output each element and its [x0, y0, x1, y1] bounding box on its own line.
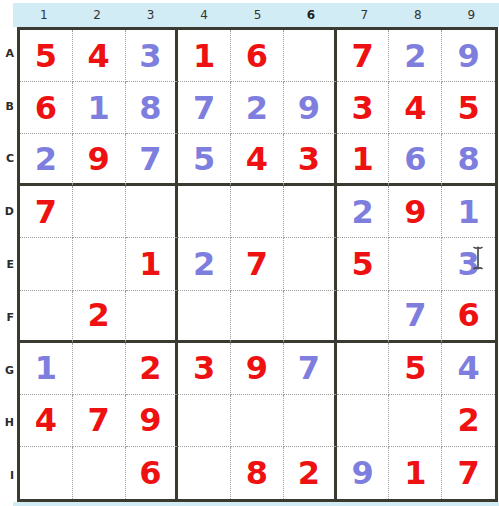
- cell-G1[interactable]: 1: [20, 343, 73, 395]
- cell-C5[interactable]: 4: [231, 134, 284, 186]
- cell-B8[interactable]: 4: [389, 82, 442, 134]
- column-header-8: 8: [391, 3, 444, 27]
- column-header-7: 7: [338, 3, 391, 27]
- column-header-1: 1: [17, 3, 70, 27]
- bottom-accent-strip: [13, 502, 499, 506]
- cell-F2[interactable]: 2: [73, 291, 126, 343]
- row-header-G: G: [0, 344, 17, 397]
- cell-G5[interactable]: 9: [231, 343, 284, 395]
- cell-E3[interactable]: 1: [126, 238, 179, 290]
- cell-I1[interactable]: [20, 447, 73, 499]
- cell-H8[interactable]: [389, 395, 442, 447]
- cell-C9[interactable]: 8: [442, 134, 495, 186]
- cell-A3[interactable]: 3: [126, 30, 179, 82]
- cell-F1[interactable]: [20, 291, 73, 343]
- cell-G4[interactable]: 3: [178, 343, 231, 395]
- cell-A2[interactable]: 4: [73, 30, 126, 82]
- column-header-6: 6: [284, 3, 337, 27]
- cell-A6[interactable]: [284, 30, 337, 82]
- cell-H3[interactable]: 9: [126, 395, 179, 447]
- cell-I6[interactable]: 2: [284, 447, 337, 499]
- cell-I5[interactable]: 8: [231, 447, 284, 499]
- cell-E8[interactable]: [389, 238, 442, 290]
- cell-E4[interactable]: 2: [178, 238, 231, 290]
- cell-F9[interactable]: 6: [442, 291, 495, 343]
- column-header-3: 3: [124, 3, 177, 27]
- cell-A4[interactable]: 1: [178, 30, 231, 82]
- row-header-C: C: [0, 133, 17, 186]
- cell-E6[interactable]: [284, 238, 337, 290]
- cell-D7[interactable]: 2: [337, 186, 390, 238]
- cell-H6[interactable]: [284, 395, 337, 447]
- cell-E5[interactable]: 7: [231, 238, 284, 290]
- cell-B3[interactable]: 8: [126, 82, 179, 134]
- cell-B7[interactable]: 3: [337, 82, 390, 134]
- cell-C8[interactable]: 6: [389, 134, 442, 186]
- cell-A5[interactable]: 6: [231, 30, 284, 82]
- cell-D6[interactable]: [284, 186, 337, 238]
- column-header-2: 2: [70, 3, 123, 27]
- column-header-9: 9: [445, 3, 498, 27]
- cell-D4[interactable]: [178, 186, 231, 238]
- cell-H4[interactable]: [178, 395, 231, 447]
- cell-E7[interactable]: 5: [337, 238, 390, 290]
- cell-A7[interactable]: 7: [337, 30, 390, 82]
- cell-E9[interactable]: 3: [442, 238, 495, 290]
- cell-A8[interactable]: 2: [389, 30, 442, 82]
- cell-H5[interactable]: [231, 395, 284, 447]
- cell-D1[interactable]: 7: [20, 186, 73, 238]
- row-header-F: F: [0, 291, 17, 344]
- cell-B9[interactable]: 5: [442, 82, 495, 134]
- cell-C3[interactable]: 7: [126, 134, 179, 186]
- cell-G2[interactable]: [73, 343, 126, 395]
- cell-E2[interactable]: [73, 238, 126, 290]
- cell-G6[interactable]: 7: [284, 343, 337, 395]
- cell-F4[interactable]: [178, 291, 231, 343]
- cell-C2[interactable]: 9: [73, 134, 126, 186]
- cell-F7[interactable]: [337, 291, 390, 343]
- row-header-E: E: [0, 238, 17, 291]
- cell-I9[interactable]: 7: [442, 447, 495, 499]
- row-header-I: I: [0, 449, 17, 502]
- cell-H1[interactable]: 4: [20, 395, 73, 447]
- cell-C7[interactable]: 1: [337, 134, 390, 186]
- cell-F8[interactable]: 7: [389, 291, 442, 343]
- cell-H7[interactable]: [337, 395, 390, 447]
- cell-G9[interactable]: 4: [442, 343, 495, 395]
- column-header-row: 123456789: [17, 3, 498, 27]
- cell-B2[interactable]: 1: [73, 82, 126, 134]
- row-header-B: B: [0, 80, 17, 133]
- row-header-A: A: [0, 27, 17, 80]
- cell-B6[interactable]: 9: [284, 82, 337, 134]
- cell-G7[interactable]: [337, 343, 390, 395]
- cell-B1[interactable]: 6: [20, 82, 73, 134]
- row-header-column: ABCDEFGHI: [0, 27, 17, 502]
- cell-A1[interactable]: 5: [20, 30, 73, 82]
- cell-F6[interactable]: [284, 291, 337, 343]
- cell-B4[interactable]: 7: [178, 82, 231, 134]
- cell-I3[interactable]: 6: [126, 447, 179, 499]
- cell-F5[interactable]: [231, 291, 284, 343]
- column-header-5: 5: [231, 3, 284, 27]
- cell-D8[interactable]: 9: [389, 186, 442, 238]
- cell-G3[interactable]: 2: [126, 343, 179, 395]
- cell-D2[interactable]: [73, 186, 126, 238]
- cell-I2[interactable]: [73, 447, 126, 499]
- cell-I7[interactable]: 9: [337, 447, 390, 499]
- cell-C6[interactable]: 3: [284, 134, 337, 186]
- cell-D9[interactable]: 1: [442, 186, 495, 238]
- cell-F3[interactable]: [126, 291, 179, 343]
- cell-D3[interactable]: [126, 186, 179, 238]
- cell-I4[interactable]: [178, 447, 231, 499]
- row-header-D: D: [0, 185, 17, 238]
- sudoku-app: 123456789 ABCDEFGHI 54316729618729345297…: [0, 0, 499, 506]
- column-header-4: 4: [177, 3, 230, 27]
- cell-H9[interactable]: 2: [442, 395, 495, 447]
- row-header-H: H: [0, 396, 17, 449]
- cell-C4[interactable]: 5: [178, 134, 231, 186]
- cell-E1[interactable]: [20, 238, 73, 290]
- sudoku-board: 5431672961872934529754316872911275327612…: [17, 27, 498, 502]
- cell-I8[interactable]: 1: [389, 447, 442, 499]
- cell-G8[interactable]: 5: [389, 343, 442, 395]
- column-header-bar: 123456789: [13, 3, 499, 27]
- cell-H2[interactable]: 7: [73, 395, 126, 447]
- cell-C1[interactable]: 2: [20, 134, 73, 186]
- cell-B5[interactable]: 2: [231, 82, 284, 134]
- cell-A9[interactable]: 9: [442, 30, 495, 82]
- cell-D5[interactable]: [231, 186, 284, 238]
